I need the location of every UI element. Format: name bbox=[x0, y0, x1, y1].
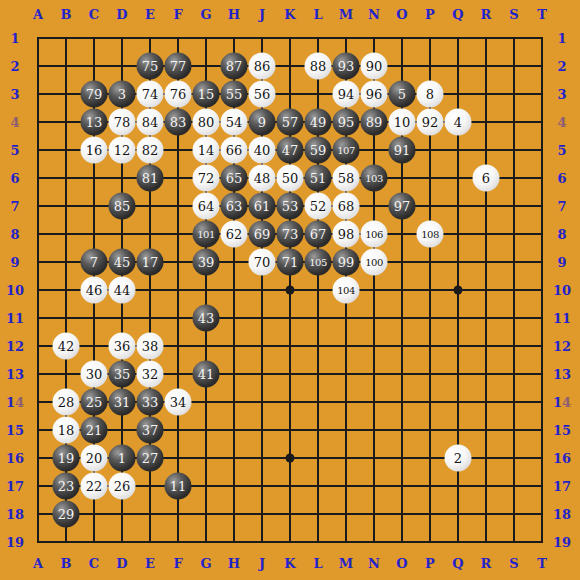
stone-white-44: 44 bbox=[109, 277, 136, 304]
row-label-left: 18 bbox=[6, 508, 24, 521]
stone-black-69: 69 bbox=[249, 221, 276, 248]
column-label-top: H bbox=[228, 8, 240, 21]
column-label-top: L bbox=[313, 8, 322, 21]
stone-white-14: 14 bbox=[193, 137, 220, 164]
stone-black-5: 5 bbox=[389, 81, 416, 108]
stone-white-72: 72 bbox=[193, 165, 220, 192]
go-board-diagram: AABBCCDDEEFFGGHHJJKKLLMMNNOOPPQQRRSSTT11… bbox=[0, 0, 580, 580]
column-label-bottom: A bbox=[33, 557, 43, 570]
stone-black-89: 89 bbox=[361, 109, 388, 136]
column-label-top: C bbox=[89, 8, 99, 21]
stone-black-33: 33 bbox=[137, 389, 164, 416]
column-label-bottom: K bbox=[284, 557, 295, 570]
stone-white-2: 2 bbox=[445, 445, 472, 472]
stone-black-19: 19 bbox=[53, 445, 80, 472]
row-label-left: 19 bbox=[6, 536, 24, 549]
stone-white-64: 64 bbox=[193, 193, 220, 220]
column-label-bottom: N bbox=[368, 557, 380, 570]
stone-black-101: 101 bbox=[193, 221, 220, 248]
row-label-left: 4 bbox=[10, 116, 19, 129]
column-label-bottom: S bbox=[509, 557, 518, 570]
stone-black-3: 3 bbox=[109, 81, 136, 108]
row-label-right: 10 bbox=[553, 284, 571, 297]
stone-black-51: 51 bbox=[305, 165, 332, 192]
column-label-top: E bbox=[145, 8, 155, 21]
row-label-left: 6 bbox=[10, 172, 19, 185]
column-label-top: J bbox=[259, 8, 265, 21]
row-label-left: 8 bbox=[10, 228, 19, 241]
stone-black-71: 71 bbox=[277, 249, 304, 276]
column-label-bottom: M bbox=[339, 557, 353, 570]
column-label-bottom: C bbox=[89, 557, 99, 570]
stone-white-84: 84 bbox=[137, 109, 164, 136]
row-label-right: 3 bbox=[557, 88, 566, 101]
column-label-bottom: B bbox=[61, 557, 72, 570]
column-label-top: D bbox=[116, 8, 127, 21]
stone-white-78: 78 bbox=[109, 109, 136, 136]
star-point bbox=[454, 286, 463, 295]
stone-black-49: 49 bbox=[305, 109, 332, 136]
stone-black-59: 59 bbox=[305, 137, 332, 164]
row-label-right: 14 bbox=[553, 396, 571, 409]
row-label-right: 15 bbox=[553, 424, 571, 437]
stone-white-104: 104 bbox=[333, 277, 360, 304]
stone-white-74: 74 bbox=[137, 81, 164, 108]
stone-black-17: 17 bbox=[137, 249, 164, 276]
stone-white-90: 90 bbox=[361, 53, 388, 80]
stone-white-88: 88 bbox=[305, 53, 332, 80]
row-label-left: 9 bbox=[10, 256, 19, 269]
row-label-right: 11 bbox=[553, 312, 571, 325]
stone-black-73: 73 bbox=[277, 221, 304, 248]
stone-white-76: 76 bbox=[165, 81, 192, 108]
stone-black-87: 87 bbox=[221, 53, 248, 80]
stone-white-92: 92 bbox=[417, 109, 444, 136]
stone-white-50: 50 bbox=[277, 165, 304, 192]
row-label-digit: 4 bbox=[562, 395, 571, 410]
stone-white-48: 48 bbox=[249, 165, 276, 192]
stone-black-27: 27 bbox=[137, 445, 164, 472]
stone-white-70: 70 bbox=[249, 249, 276, 276]
row-label-right: 6 bbox=[557, 172, 566, 185]
column-label-bottom: P bbox=[425, 557, 435, 570]
stone-black-23: 23 bbox=[53, 473, 80, 500]
row-label-right: 19 bbox=[553, 536, 571, 549]
stone-black-91: 91 bbox=[389, 137, 416, 164]
stone-white-94: 94 bbox=[333, 81, 360, 108]
row-label-left: 10 bbox=[6, 284, 24, 297]
stone-black-11: 11 bbox=[165, 473, 192, 500]
stone-white-46: 46 bbox=[81, 277, 108, 304]
stone-black-45: 45 bbox=[109, 249, 136, 276]
stone-black-75: 75 bbox=[137, 53, 164, 80]
row-label-left: 7 bbox=[10, 200, 19, 213]
stone-white-68: 68 bbox=[333, 193, 360, 220]
stone-white-98: 98 bbox=[333, 221, 360, 248]
column-label-top: P bbox=[425, 8, 435, 21]
column-label-bottom: Q bbox=[452, 557, 463, 570]
stone-black-31: 31 bbox=[109, 389, 136, 416]
stone-white-4: 4 bbox=[445, 109, 472, 136]
row-label-right: 2 bbox=[557, 60, 566, 73]
stone-black-37: 37 bbox=[137, 417, 164, 444]
row-label-right: 18 bbox=[553, 508, 571, 521]
column-label-top: S bbox=[509, 8, 518, 21]
stone-black-43: 43 bbox=[193, 305, 220, 332]
stone-black-15: 15 bbox=[193, 81, 220, 108]
row-label-left: 11 bbox=[6, 312, 24, 325]
stone-white-16: 16 bbox=[81, 137, 108, 164]
stone-black-107: 107 bbox=[333, 137, 360, 164]
stone-white-8: 8 bbox=[417, 81, 444, 108]
stone-black-61: 61 bbox=[249, 193, 276, 220]
row-label-right: 4 bbox=[557, 116, 566, 129]
stone-white-100: 100 bbox=[361, 249, 388, 276]
row-label-left: 13 bbox=[6, 368, 24, 381]
stone-white-56: 56 bbox=[249, 81, 276, 108]
column-label-bottom: H bbox=[228, 557, 240, 570]
stone-black-65: 65 bbox=[221, 165, 248, 192]
column-label-bottom: T bbox=[537, 557, 547, 570]
column-label-bottom: F bbox=[173, 557, 182, 570]
stone-white-12: 12 bbox=[109, 137, 136, 164]
row-label-left: 3 bbox=[10, 88, 19, 101]
stone-white-26: 26 bbox=[109, 473, 136, 500]
stone-black-9: 9 bbox=[249, 109, 276, 136]
row-label-left: 5 bbox=[10, 144, 19, 157]
row-label-digit: 4 bbox=[15, 395, 24, 410]
stone-black-35: 35 bbox=[109, 361, 136, 388]
stone-white-80: 80 bbox=[193, 109, 220, 136]
stone-black-93: 93 bbox=[333, 53, 360, 80]
column-label-bottom: L bbox=[313, 557, 322, 570]
stone-white-62: 62 bbox=[221, 221, 248, 248]
row-label-right: 8 bbox=[557, 228, 566, 241]
stone-white-58: 58 bbox=[333, 165, 360, 192]
row-label-right: 1 bbox=[557, 32, 566, 45]
stone-black-7: 7 bbox=[81, 249, 108, 276]
column-label-top: O bbox=[396, 8, 407, 21]
column-label-top: Q bbox=[452, 8, 463, 21]
stone-white-20: 20 bbox=[81, 445, 108, 472]
column-label-bottom: J bbox=[259, 557, 265, 570]
stone-white-18: 18 bbox=[53, 417, 80, 444]
row-label-left: 2 bbox=[10, 60, 19, 73]
row-label-left: 1 bbox=[10, 32, 19, 45]
row-label-left: 15 bbox=[6, 424, 24, 437]
stone-black-21: 21 bbox=[81, 417, 108, 444]
stone-white-6: 6 bbox=[473, 165, 500, 192]
row-label-left: 14 bbox=[6, 396, 24, 409]
stone-black-25: 25 bbox=[81, 389, 108, 416]
stone-black-105: 105 bbox=[305, 249, 332, 276]
stone-black-55: 55 bbox=[221, 81, 248, 108]
column-label-top: A bbox=[33, 8, 43, 21]
row-label-left: 12 bbox=[6, 340, 24, 353]
star-point bbox=[286, 286, 295, 295]
column-label-bottom: E bbox=[145, 557, 155, 570]
column-label-top: G bbox=[200, 8, 211, 21]
stone-black-67: 67 bbox=[305, 221, 332, 248]
stone-white-22: 22 bbox=[81, 473, 108, 500]
stone-white-28: 28 bbox=[53, 389, 80, 416]
stone-white-108: 108 bbox=[417, 221, 444, 248]
stone-black-41: 41 bbox=[193, 361, 220, 388]
stone-white-106: 106 bbox=[361, 221, 388, 248]
stone-black-79: 79 bbox=[81, 81, 108, 108]
stone-white-42: 42 bbox=[53, 333, 80, 360]
stone-black-83: 83 bbox=[165, 109, 192, 136]
stone-white-36: 36 bbox=[109, 333, 136, 360]
column-label-bottom: G bbox=[200, 557, 211, 570]
star-point bbox=[286, 454, 295, 463]
row-label-left: 16 bbox=[6, 452, 24, 465]
row-label-right: 13 bbox=[553, 368, 571, 381]
column-label-top: T bbox=[537, 8, 547, 21]
stone-white-86: 86 bbox=[249, 53, 276, 80]
stone-black-99: 99 bbox=[333, 249, 360, 276]
column-label-bottom: O bbox=[396, 557, 407, 570]
stone-black-13: 13 bbox=[81, 109, 108, 136]
stone-white-34: 34 bbox=[165, 389, 192, 416]
stone-black-47: 47 bbox=[277, 137, 304, 164]
row-label-right: 5 bbox=[557, 144, 566, 157]
stone-black-29: 29 bbox=[53, 501, 80, 528]
column-label-top: F bbox=[173, 8, 182, 21]
stone-white-30: 30 bbox=[81, 361, 108, 388]
stone-white-40: 40 bbox=[249, 137, 276, 164]
row-label-right: 17 bbox=[553, 480, 571, 493]
stone-black-77: 77 bbox=[165, 53, 192, 80]
stone-black-63: 63 bbox=[221, 193, 248, 220]
stone-white-66: 66 bbox=[221, 137, 248, 164]
column-label-bottom: D bbox=[116, 557, 127, 570]
column-label-top: R bbox=[481, 8, 492, 21]
row-label-right: 16 bbox=[553, 452, 571, 465]
stone-black-97: 97 bbox=[389, 193, 416, 220]
stone-white-54: 54 bbox=[221, 109, 248, 136]
column-label-top: N bbox=[368, 8, 380, 21]
column-label-bottom: R bbox=[481, 557, 492, 570]
row-label-digit: 4 bbox=[10, 115, 19, 130]
stone-black-53: 53 bbox=[277, 193, 304, 220]
stone-white-10: 10 bbox=[389, 109, 416, 136]
stone-black-57: 57 bbox=[277, 109, 304, 136]
stone-white-82: 82 bbox=[137, 137, 164, 164]
column-label-top: M bbox=[339, 8, 353, 21]
column-label-top: B bbox=[61, 8, 72, 21]
row-label-digit: 4 bbox=[557, 115, 566, 130]
row-label-right: 12 bbox=[553, 340, 571, 353]
stone-white-32: 32 bbox=[137, 361, 164, 388]
stone-white-96: 96 bbox=[361, 81, 388, 108]
stone-black-85: 85 bbox=[109, 193, 136, 220]
column-label-top: K bbox=[284, 8, 295, 21]
stone-black-95: 95 bbox=[333, 109, 360, 136]
stone-black-103: 103 bbox=[361, 165, 388, 192]
stone-white-38: 38 bbox=[137, 333, 164, 360]
stone-black-1: 1 bbox=[109, 445, 136, 472]
row-label-right: 7 bbox=[557, 200, 566, 213]
stone-white-52: 52 bbox=[305, 193, 332, 220]
stone-black-39: 39 bbox=[193, 249, 220, 276]
row-label-left: 17 bbox=[6, 480, 24, 493]
stone-black-81: 81 bbox=[137, 165, 164, 192]
row-label-right: 9 bbox=[557, 256, 566, 269]
